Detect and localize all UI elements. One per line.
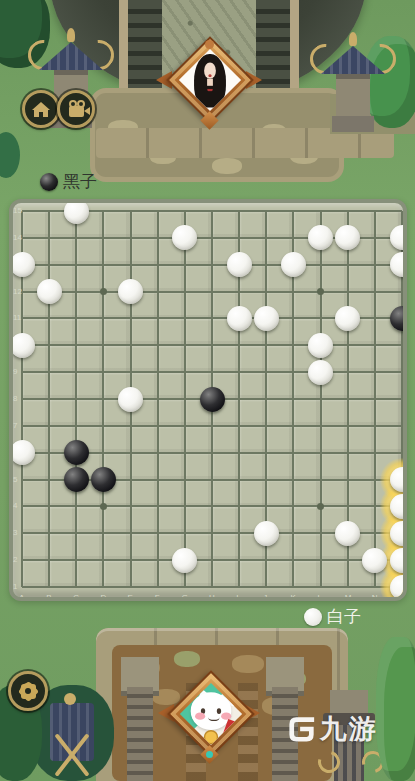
white-stone-G2 <box>172 548 197 573</box>
lantern-finial <box>67 28 75 42</box>
grid-line <box>22 559 402 561</box>
white-stone-A13 <box>10 252 35 277</box>
row-label-9: 9 <box>13 368 17 376</box>
gear-icon <box>17 680 39 702</box>
black-stone-C6 <box>64 440 89 465</box>
settings-button[interactable] <box>8 671 48 711</box>
column-label-A: A <box>19 594 24 601</box>
row-label-3: 3 <box>13 529 17 537</box>
white-stone-G14 <box>172 225 197 250</box>
white-stone-M11 <box>335 306 360 331</box>
grid-line <box>374 211 376 587</box>
brand-watermark-text: 九游 <box>320 711 378 747</box>
frame-top-knob <box>205 40 214 49</box>
paving-stone <box>212 158 242 174</box>
column-label-K: K <box>290 594 295 601</box>
column-label-D: D <box>100 594 106 601</box>
grid-line <box>22 505 402 507</box>
white-stone-J11 <box>254 306 279 331</box>
home-icon <box>32 102 50 117</box>
white-stone-L9 <box>308 360 333 385</box>
column-label-C: C <box>73 594 79 601</box>
star-point-L12 <box>317 288 324 295</box>
white-stone-O14 <box>390 225 408 250</box>
white-label-text: 白子 <box>327 605 361 628</box>
white-player-portrait <box>180 683 242 745</box>
white-stone-E12 <box>118 279 143 304</box>
column-label-J: J <box>263 594 267 601</box>
black-stone-D5 <box>91 467 116 492</box>
white-stone-L14 <box>308 225 333 250</box>
lantern-pedestal <box>332 116 374 132</box>
star-point-D4 <box>100 503 107 510</box>
column-label-F: F <box>155 594 160 601</box>
lantern-base <box>336 74 370 119</box>
jiuyou-logo-icon <box>288 715 316 743</box>
lantern-gold-knob <box>64 693 76 705</box>
white-stone-C15 <box>64 199 89 224</box>
lantern-finial <box>349 32 357 46</box>
black-stone-C5 <box>64 467 89 492</box>
video-camera-icon <box>69 106 84 117</box>
black-stone-H8 <box>200 387 225 412</box>
column-label-L: L <box>318 594 322 601</box>
home-button[interactable] <box>22 90 60 128</box>
black-stone-O11 <box>390 306 408 331</box>
column-label-M: M <box>345 594 352 601</box>
white-stone-M14 <box>335 225 360 250</box>
staircase-bottom-left <box>127 687 153 781</box>
white-stone-B12 <box>37 279 62 304</box>
leaves-left <box>0 132 20 178</box>
row-label-2: 2 <box>13 556 17 564</box>
carved-pillar-right <box>238 683 258 781</box>
white-side-label: 白子 <box>304 605 361 628</box>
white-stone-A10 <box>10 333 35 358</box>
grid-line <box>22 586 402 588</box>
frame-gem <box>206 751 213 758</box>
row-label-5: 5 <box>13 476 17 484</box>
bush-bottom-right <box>376 637 415 781</box>
grid-line <box>320 211 322 587</box>
row-label-15: 15 <box>13 207 22 215</box>
black-stone-icon <box>40 173 58 191</box>
row-label-4: 4 <box>13 502 17 510</box>
column-label-I: I <box>236 594 238 601</box>
black-side-label: 黑子 <box>40 170 97 193</box>
black-player-portrait <box>179 49 241 111</box>
brand-watermark: 九游 <box>288 711 378 747</box>
column-label-N: N <box>372 594 378 601</box>
white-stone-O13 <box>390 252 408 277</box>
row-label-12: 12 <box>13 288 22 296</box>
star-point-D12 <box>100 288 107 295</box>
white-stone-J3 <box>254 521 279 546</box>
white-stone-M3 <box>335 521 360 546</box>
row-label-8: 8 <box>13 395 17 403</box>
row-label-14: 14 <box>13 234 22 242</box>
white-stone-I13 <box>227 252 252 277</box>
black-label-text: 黑子 <box>63 170 97 193</box>
stone-lantern-top-right <box>318 30 388 138</box>
row-label-7: 7 <box>13 422 17 430</box>
row-label-1: 1 <box>13 583 17 591</box>
row-label-11: 11 <box>13 314 21 322</box>
white-stone-A6 <box>10 440 35 465</box>
white-stone-N2 <box>362 548 387 573</box>
white-stone-icon <box>304 608 322 626</box>
white-stone-E8 <box>118 387 143 412</box>
white-stone-K13 <box>281 252 306 277</box>
star-point-L4 <box>317 503 324 510</box>
board-grid: 151413121110987654321ABCDEFGHIJKLMNO <box>22 211 402 587</box>
white-stone-L10 <box>308 333 333 358</box>
column-label-E: E <box>128 594 133 601</box>
column-label-B: B <box>46 594 51 601</box>
white-stone-I11 <box>227 306 252 331</box>
grid-line <box>22 425 402 427</box>
lantern-gold-cross <box>46 729 98 777</box>
column-label-H: H <box>209 594 215 601</box>
gomoku-board[interactable]: 151413121110987654321ABCDEFGHIJKLMNO <box>9 199 407 601</box>
white-stone-O1 <box>390 575 408 600</box>
record-button[interactable] <box>57 90 95 128</box>
column-label-G: G <box>182 594 188 601</box>
game-screen: 黑子 151413121110987654321ABCDEFGHIJKLMNO … <box>0 0 415 781</box>
